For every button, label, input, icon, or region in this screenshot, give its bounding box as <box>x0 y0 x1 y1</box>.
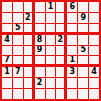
empty-cell-r1c1[interactable] <box>2 2 12 12</box>
empty-cell-r5c7[interactable] <box>67 46 77 56</box>
empty-cell-r5c9[interactable] <box>89 46 99 56</box>
empty-cell-r6c6[interactable] <box>56 56 66 66</box>
empty-cell-r8c5[interactable] <box>46 78 56 88</box>
empty-cell-r2c5[interactable] <box>46 13 56 23</box>
given-digit-cell-r5c4: 9 <box>35 46 45 56</box>
given-digit-cell-r6c7: 1 <box>67 56 77 66</box>
empty-cell-r8c7[interactable] <box>67 78 77 88</box>
empty-cell-r8c1[interactable] <box>2 78 12 88</box>
given-digit-cell-r4c4: 8 <box>35 35 45 45</box>
empty-cell-r9c7[interactable] <box>67 89 77 99</box>
empty-cell-r7c3[interactable] <box>24 67 34 77</box>
given-digit-cell-r1c7: 6 <box>67 2 77 12</box>
empty-cell-r2c4[interactable] <box>35 13 45 23</box>
empty-cell-r9c4[interactable] <box>35 89 45 99</box>
empty-cell-r1c2[interactable] <box>13 2 23 12</box>
given-digit-cell-r7c9: 4 <box>89 67 99 77</box>
given-digit-cell-r2c8: 9 <box>78 13 88 23</box>
empty-cell-r3c6[interactable] <box>56 24 66 34</box>
empty-cell-r8c8[interactable] <box>78 78 88 88</box>
empty-cell-r6c4[interactable] <box>35 56 45 66</box>
empty-cell-r3c9[interactable] <box>89 24 99 34</box>
empty-cell-r9c8[interactable] <box>78 89 88 99</box>
empty-cell-r9c6[interactable] <box>56 89 66 99</box>
empty-cell-r6c9[interactable] <box>89 56 99 66</box>
empty-cell-r5c2[interactable] <box>13 46 23 56</box>
given-digit-cell-r7c7: 3 <box>67 67 77 77</box>
empty-cell-r8c6[interactable] <box>56 78 66 88</box>
empty-cell-r4c8[interactable] <box>78 35 88 45</box>
empty-cell-r5c3[interactable] <box>24 46 34 56</box>
empty-cell-r5c6[interactable] <box>56 46 66 56</box>
empty-cell-r9c3[interactable] <box>24 89 34 99</box>
empty-cell-r8c2[interactable] <box>13 78 23 88</box>
sudoku-board: 16295482957117342 <box>0 0 101 101</box>
empty-cell-r2c7[interactable] <box>67 13 77 23</box>
given-digit-cell-r2c3: 2 <box>24 13 34 23</box>
empty-cell-r9c2[interactable] <box>13 89 23 99</box>
empty-cell-r8c9[interactable] <box>89 78 99 88</box>
given-digit-cell-r7c1: 1 <box>2 67 12 77</box>
empty-cell-r7c5[interactable] <box>46 67 56 77</box>
empty-cell-r2c1[interactable] <box>2 13 12 23</box>
empty-cell-r3c8[interactable] <box>78 24 88 34</box>
empty-cell-r9c1[interactable] <box>2 89 12 99</box>
empty-cell-r4c3[interactable] <box>24 35 34 45</box>
empty-cell-r5c1[interactable] <box>2 46 12 56</box>
empty-cell-r3c5[interactable] <box>46 24 56 34</box>
empty-cell-r6c3[interactable] <box>24 56 34 66</box>
empty-cell-r3c7[interactable] <box>67 24 77 34</box>
given-digit-cell-r4c6: 2 <box>56 35 66 45</box>
empty-cell-r1c6[interactable] <box>56 2 66 12</box>
empty-cell-r4c5[interactable] <box>46 35 56 45</box>
empty-cell-r1c3[interactable] <box>24 2 34 12</box>
empty-cell-r9c5[interactable] <box>46 89 56 99</box>
given-digit-cell-r3c2: 5 <box>13 24 23 34</box>
empty-cell-r6c5[interactable] <box>46 56 56 66</box>
empty-cell-r1c8[interactable] <box>78 2 88 12</box>
empty-cell-r1c4[interactable] <box>35 2 45 12</box>
empty-cell-r3c3[interactable] <box>24 24 34 34</box>
given-digit-cell-r8c4: 2 <box>35 78 45 88</box>
given-digit-cell-r5c8: 5 <box>78 46 88 56</box>
given-digit-cell-r7c2: 7 <box>13 67 23 77</box>
empty-cell-r4c2[interactable] <box>13 35 23 45</box>
empty-cell-r7c6[interactable] <box>56 67 66 77</box>
given-digit-cell-r1c5: 1 <box>46 2 56 12</box>
empty-cell-r2c9[interactable] <box>89 13 99 23</box>
empty-cell-r4c7[interactable] <box>67 35 77 45</box>
empty-cell-r2c2[interactable] <box>13 13 23 23</box>
empty-cell-r6c8[interactable] <box>78 56 88 66</box>
empty-cell-r5c5[interactable] <box>46 46 56 56</box>
empty-cell-r6c2[interactable] <box>13 56 23 66</box>
given-digit-cell-r6c1: 7 <box>2 56 12 66</box>
empty-cell-r8c3[interactable] <box>24 78 34 88</box>
empty-cell-r3c1[interactable] <box>2 24 12 34</box>
empty-cell-r2c6[interactable] <box>56 13 66 23</box>
empty-cell-r7c8[interactable] <box>78 67 88 77</box>
empty-cell-r3c4[interactable] <box>35 24 45 34</box>
empty-cell-r7c4[interactable] <box>35 67 45 77</box>
empty-cell-r4c9[interactable] <box>89 35 99 45</box>
empty-cell-r1c9[interactable] <box>89 2 99 12</box>
empty-cell-r9c9[interactable] <box>89 89 99 99</box>
given-digit-cell-r4c1: 4 <box>2 35 12 45</box>
